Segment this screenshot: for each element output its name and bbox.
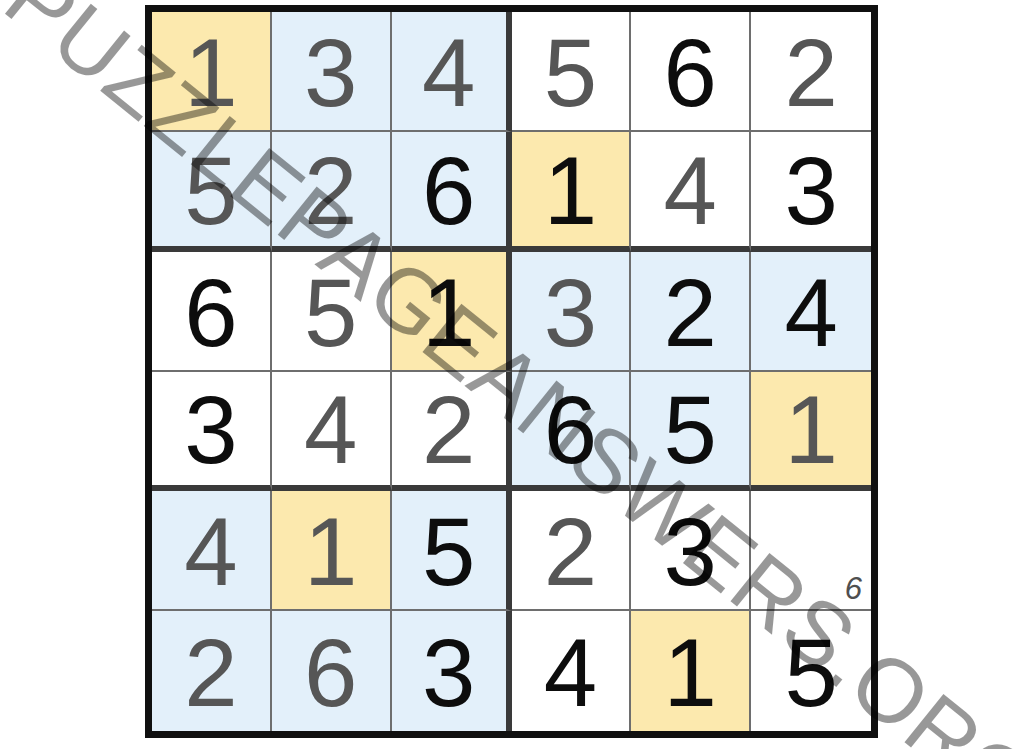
cell-digit: 1: [422, 261, 475, 361]
cell-digit: 2: [784, 21, 837, 121]
cell-digit: 5: [664, 378, 717, 478]
cell-r6c5[interactable]: 1: [631, 611, 751, 731]
cell-digit: 3: [304, 21, 357, 121]
cell-digit: 2: [184, 621, 237, 721]
cell-digit: 1: [544, 139, 597, 239]
cell-r2c6[interactable]: 3: [751, 132, 871, 252]
cell-digit: 6: [184, 261, 237, 361]
cell-digit: 1: [664, 621, 717, 721]
cell-digit: 4: [784, 261, 837, 361]
cell-digit: 1: [184, 21, 237, 121]
cell-digit: 6: [664, 21, 717, 121]
cell-r4c6[interactable]: 1: [751, 372, 871, 492]
cell-digit: 1: [304, 500, 357, 600]
cell-r3c1[interactable]: 6: [152, 252, 272, 372]
cell-digit: 6: [304, 621, 357, 721]
cell-digit: 6: [422, 139, 475, 239]
cell-r3c6[interactable]: 4: [751, 252, 871, 372]
cell-digit: 5: [422, 500, 475, 600]
cell-r4c3[interactable]: 2: [392, 372, 512, 492]
pencil-mark: 6: [845, 573, 862, 604]
cell-r1c4[interactable]: 5: [512, 12, 632, 132]
cell-digit: 4: [422, 21, 475, 121]
cell-digit: 2: [422, 378, 475, 478]
cell-r5c4[interactable]: 2: [512, 491, 632, 611]
cell-r2c2[interactable]: 2: [272, 132, 392, 252]
cell-digit: 3: [184, 378, 237, 478]
cell-digit: 6: [544, 378, 597, 478]
cell-digit: 5: [784, 621, 837, 721]
cell-r4c4[interactable]: 6: [512, 372, 632, 492]
cell-r1c5[interactable]: 6: [631, 12, 751, 132]
cell-r2c5[interactable]: 4: [631, 132, 751, 252]
sudoku-grid: 134562526143651324342651415236263415: [145, 5, 878, 738]
cell-r5c1[interactable]: 4: [152, 491, 272, 611]
cell-r5c5[interactable]: 3: [631, 491, 751, 611]
cell-r5c6[interactable]: 6: [751, 491, 871, 611]
cell-digit: 4: [184, 500, 237, 600]
cell-digit: 4: [304, 378, 357, 478]
cell-digit: 5: [184, 139, 237, 239]
cell-r3c4[interactable]: 3: [512, 252, 632, 372]
cell-r2c4[interactable]: 1: [512, 132, 632, 252]
cell-r1c3[interactable]: 4: [392, 12, 512, 132]
cell-digit: 3: [784, 139, 837, 239]
cell-digit: 3: [544, 261, 597, 361]
cell-r4c2[interactable]: 4: [272, 372, 392, 492]
cell-r3c3[interactable]: 1: [392, 252, 512, 372]
cell-digit: 2: [664, 261, 717, 361]
cell-r6c2[interactable]: 6: [272, 611, 392, 731]
cell-r5c3[interactable]: 5: [392, 491, 512, 611]
cell-digit: 5: [304, 261, 357, 361]
cell-digit: 2: [304, 139, 357, 239]
cell-r1c6[interactable]: 2: [751, 12, 871, 132]
cell-r2c1[interactable]: 5: [152, 132, 272, 252]
cell-digit: 3: [422, 621, 475, 721]
cell-digit: 4: [664, 139, 717, 239]
cell-r2c3[interactable]: 6: [392, 132, 512, 252]
cell-digit: 4: [544, 621, 597, 721]
cell-digit: 2: [544, 500, 597, 600]
cell-r3c2[interactable]: 5: [272, 252, 392, 372]
cell-digit: 3: [664, 500, 717, 600]
cell-r1c1[interactable]: 1: [152, 12, 272, 132]
cell-digit: 5: [544, 21, 597, 121]
cell-r6c1[interactable]: 2: [152, 611, 272, 731]
cell-r6c3[interactable]: 3: [392, 611, 512, 731]
cell-r6c4[interactable]: 4: [512, 611, 632, 731]
cell-r6c6[interactable]: 5: [751, 611, 871, 731]
cell-digit: 1: [784, 378, 837, 478]
cell-r4c1[interactable]: 3: [152, 372, 272, 492]
cell-r4c5[interactable]: 5: [631, 372, 751, 492]
cell-r5c2[interactable]: 1: [272, 491, 392, 611]
cell-r3c5[interactable]: 2: [631, 252, 751, 372]
cell-r1c2[interactable]: 3: [272, 12, 392, 132]
